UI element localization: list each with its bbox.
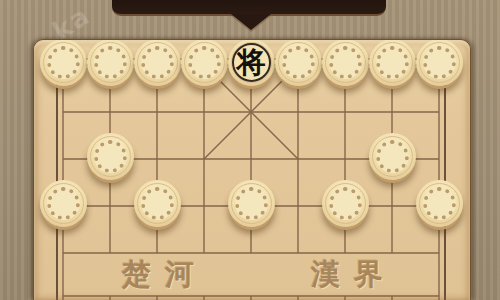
general-character: 将 [228, 39, 275, 86]
hidden-piece[interactable] [87, 39, 134, 86]
xiangqi-board[interactable]: 楚河 漢界 将 [33, 39, 471, 300]
hidden-piece[interactable] [322, 180, 369, 227]
hidden-piece[interactable] [369, 39, 416, 86]
hidden-piece[interactable] [369, 133, 416, 180]
river-label-chu-he: 楚河 [98, 256, 218, 294]
hidden-piece[interactable] [87, 133, 134, 180]
hidden-piece[interactable] [322, 39, 369, 86]
black-general-piece[interactable]: 将 [228, 39, 275, 86]
hidden-piece[interactable] [134, 39, 181, 86]
hidden-piece[interactable] [40, 39, 87, 86]
hidden-piece[interactable] [228, 180, 275, 227]
hidden-piece[interactable] [181, 39, 228, 86]
hidden-piece[interactable] [416, 39, 463, 86]
river-label-han-jie: 漢界 [287, 256, 407, 294]
banner-arrow-icon [231, 14, 271, 30]
hidden-piece[interactable] [275, 39, 322, 86]
hidden-piece[interactable] [40, 180, 87, 227]
hidden-piece[interactable] [134, 180, 181, 227]
hidden-piece[interactable] [416, 180, 463, 227]
